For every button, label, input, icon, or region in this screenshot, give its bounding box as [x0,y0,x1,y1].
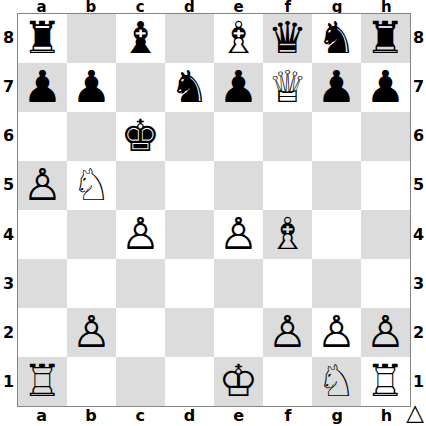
white-knight-g1: ♘ [317,357,356,405]
square-d6[interactable] [165,112,214,161]
white-knight-b5: ♘ [72,161,111,209]
black-king-c6: ♚ [121,112,160,160]
black-pawn-g7: ♟ [317,63,356,111]
rank-label-right-5: 5 [411,161,426,210]
file-label-top-g: g [313,0,362,13]
white-bishop-e8: ♗ [219,14,258,62]
square-g1[interactable]: ♘ [312,357,361,406]
square-d1[interactable] [165,357,214,406]
square-b6[interactable] [67,112,116,161]
rank-label-right-2: 2 [411,309,426,358]
file-label-top-b: b [66,0,115,13]
square-a8[interactable]: ♜ [18,14,67,63]
white-pawn-e4: ♙ [219,210,258,258]
white-pawn-h2: ♙ [366,308,405,356]
square-h8[interactable]: ♜ [361,14,410,63]
square-g8[interactable]: ♞ [312,14,361,63]
rank-label-left-3: 3 [0,259,17,308]
square-g4[interactable] [312,210,361,259]
square-a1[interactable]: ♖ [18,357,67,406]
black-rook-a8: ♜ [23,14,62,62]
square-d2[interactable] [165,308,214,357]
file-label-top-e: e [214,0,263,13]
square-h3[interactable] [361,259,410,308]
square-g7[interactable]: ♟ [312,63,361,112]
square-c5[interactable] [116,161,165,210]
rank-label-left-8: 8 [0,13,17,62]
rank-label-left-5: 5 [0,161,17,210]
square-f3[interactable] [263,259,312,308]
square-f7[interactable]: ♕ [263,63,312,112]
file-label-bottom-f: f [263,407,312,426]
rank-label-left-6: 6 [0,112,17,161]
white-pawn-a5: ♙ [23,161,62,209]
board: ♜♝♗♛♞♜♟♟♞♟♕♟♟♚♙♘♙♙♗♙♙♙♙♖♔♘♖ [17,13,411,407]
square-a3[interactable] [18,259,67,308]
white-bishop-f4: ♗ [268,210,307,258]
chess-diagram: abcdefgh 87654321 ♜♝♗♛♞♜♟♟♞♟♕♟♟♚♙♘♙♙♗♙♙♙… [0,0,426,426]
file-label-bottom-b: b [66,407,115,426]
square-e3[interactable] [214,259,263,308]
square-d3[interactable] [165,259,214,308]
square-g3[interactable] [312,259,361,308]
file-label-top-a: a [17,0,66,13]
square-b8[interactable] [67,14,116,63]
rank-label-right-4: 4 [411,210,426,259]
square-e1[interactable]: ♔ [214,357,263,406]
square-c1[interactable] [116,357,165,406]
white-pawn-b2: ♙ [72,308,111,356]
square-f4[interactable]: ♗ [263,210,312,259]
square-b1[interactable] [67,357,116,406]
square-a6[interactable] [18,112,67,161]
square-f6[interactable] [263,112,312,161]
square-g2[interactable]: ♙ [312,308,361,357]
rank-labels-right: 87654321 [411,13,426,407]
black-rook-h8: ♜ [366,14,405,62]
white-pawn-g2: ♙ [317,308,356,356]
square-h1[interactable]: ♖ [361,357,410,406]
black-pawn-h7: ♟ [366,63,405,111]
file-label-top-h: h [362,0,411,13]
square-h4[interactable] [361,210,410,259]
square-e8[interactable]: ♗ [214,14,263,63]
file-label-top-d: d [165,0,214,13]
file-label-bottom-e: e [214,407,263,426]
square-d8[interactable] [165,14,214,63]
file-labels-top: abcdefgh [17,0,411,13]
file-label-top-f: f [263,0,312,13]
white-king-e1: ♔ [219,357,258,405]
square-c3[interactable] [116,259,165,308]
square-e4[interactable]: ♙ [214,210,263,259]
square-a7[interactable]: ♟ [18,63,67,112]
square-c8[interactable]: ♝ [116,14,165,63]
rank-label-left-2: 2 [0,309,17,358]
square-b5[interactable]: ♘ [67,161,116,210]
square-b2[interactable]: ♙ [67,308,116,357]
square-f1[interactable] [263,357,312,406]
square-f2[interactable]: ♙ [263,308,312,357]
black-queen-f8: ♛ [268,14,307,62]
square-a4[interactable] [18,210,67,259]
file-label-bottom-g: g [313,407,362,426]
square-a2[interactable] [18,308,67,357]
square-d5[interactable] [165,161,214,210]
file-label-top-c: c [116,0,165,13]
black-bishop-c8: ♝ [121,14,160,62]
file-label-bottom-c: c [116,407,165,426]
square-d4[interactable] [165,210,214,259]
square-g6[interactable] [312,112,361,161]
black-knight-g8: ♞ [317,14,356,62]
square-e6[interactable] [214,112,263,161]
square-c4[interactable]: ♙ [116,210,165,259]
square-c7[interactable] [116,63,165,112]
black-knight-d7: ♞ [170,63,209,111]
black-pawn-e7: ♟ [219,63,258,111]
square-a5[interactable]: ♙ [18,161,67,210]
file-label-bottom-a: a [17,407,66,426]
white-pawn-f2: ♙ [268,308,307,356]
square-b7[interactable]: ♟ [67,63,116,112]
rank-label-left-7: 7 [0,62,17,111]
rank-label-right-8: 8 [411,13,426,62]
square-h2[interactable]: ♙ [361,308,410,357]
square-c6[interactable]: ♚ [116,112,165,161]
square-h6[interactable] [361,112,410,161]
square-e5[interactable] [214,161,263,210]
square-f5[interactable] [263,161,312,210]
rank-label-left-1: 1 [0,358,17,407]
side-to-move-indicator: △ [404,398,426,426]
square-b4[interactable] [67,210,116,259]
white-rook-h1: ♖ [366,357,405,405]
white-pawn-c4: ♙ [121,210,160,258]
square-e2[interactable] [214,308,263,357]
rank-label-right-6: 6 [411,112,426,161]
square-h7[interactable]: ♟ [361,63,410,112]
square-e7[interactable]: ♟ [214,63,263,112]
file-label-bottom-d: d [165,407,214,426]
square-b3[interactable] [67,259,116,308]
rank-label-right-7: 7 [411,62,426,111]
square-g5[interactable] [312,161,361,210]
square-d7[interactable]: ♞ [165,63,214,112]
square-h5[interactable] [361,161,410,210]
black-pawn-b7: ♟ [72,63,111,111]
white-queen-f7: ♕ [268,63,307,111]
rank-label-right-3: 3 [411,259,426,308]
square-c2[interactable] [116,308,165,357]
black-pawn-a7: ♟ [23,63,62,111]
file-labels-bottom: abcdefgh [17,407,411,426]
rank-labels-left: 87654321 [0,13,17,407]
white-rook-a1: ♖ [23,357,62,405]
square-f8[interactable]: ♛ [263,14,312,63]
rank-label-left-4: 4 [0,210,17,259]
